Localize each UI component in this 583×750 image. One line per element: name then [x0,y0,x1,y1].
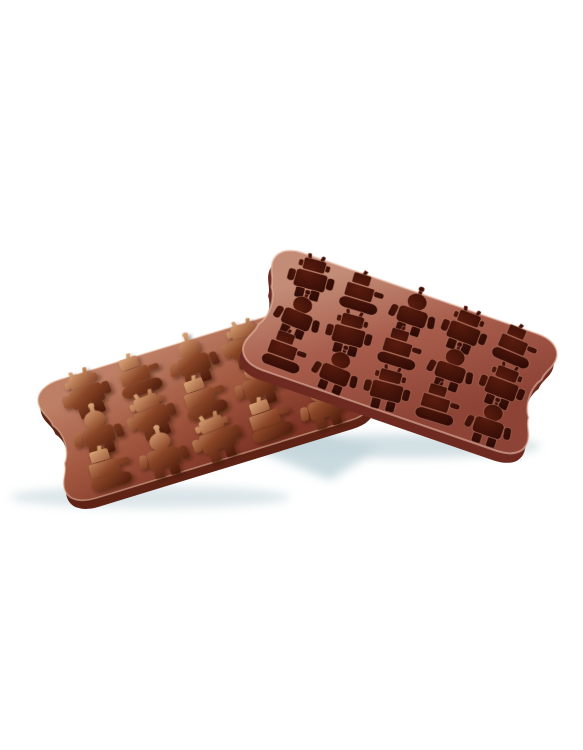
product-photo-stage [0,0,583,750]
chocolate-mould-photo [0,0,583,750]
